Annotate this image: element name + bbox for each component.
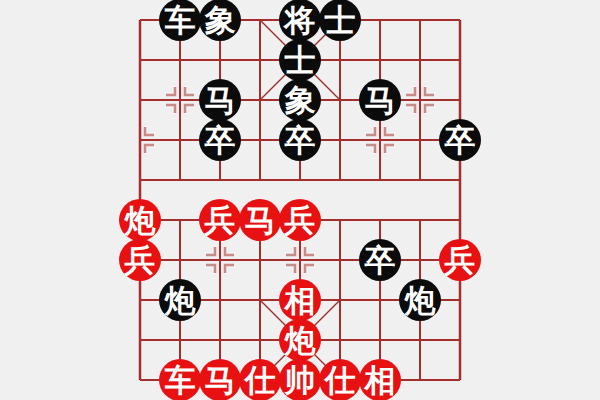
board-point-1-6[interactable] xyxy=(160,240,200,280)
board-point-4-6[interactable] xyxy=(280,240,320,280)
board-point-5-6[interactable] xyxy=(320,240,360,280)
board-point-0-3[interactable] xyxy=(120,120,160,160)
board-point-2-9[interactable]: 马 xyxy=(200,360,240,400)
board-point-7-8[interactable] xyxy=(400,320,440,360)
board-point-6-4[interactable] xyxy=(360,160,400,200)
board-point-5-0[interactable]: 士 xyxy=(320,0,360,40)
board-point-7-6[interactable] xyxy=(400,240,440,280)
piece-black-soldier[interactable]: 卒 xyxy=(359,239,401,281)
board-point-7-1[interactable] xyxy=(400,40,440,80)
board-point-3-2[interactable] xyxy=(240,80,280,120)
board-point-3-5[interactable]: 马 xyxy=(240,200,280,240)
board-point-6-3[interactable] xyxy=(360,120,400,160)
board-point-6-8[interactable] xyxy=(360,320,400,360)
piece-red-advisor[interactable]: 仕 xyxy=(319,359,361,400)
board-point-7-4[interactable] xyxy=(400,160,440,200)
piece-red-elephant[interactable]: 相 xyxy=(279,279,321,321)
board-point-5-2[interactable] xyxy=(320,80,360,120)
piece-red-advisor[interactable]: 仕 xyxy=(239,359,281,400)
board-point-1-5[interactable] xyxy=(160,200,200,240)
board-point-0-0[interactable] xyxy=(120,0,160,40)
board-point-0-9[interactable] xyxy=(120,360,160,400)
piece-black-elephant[interactable]: 象 xyxy=(279,79,321,121)
board-point-7-2[interactable] xyxy=(400,80,440,120)
board-point-1-8[interactable] xyxy=(160,320,200,360)
board-point-1-2[interactable] xyxy=(160,80,200,120)
board-point-6-2[interactable]: 马 xyxy=(360,80,400,120)
board-point-7-5[interactable] xyxy=(400,200,440,240)
board-point-5-8[interactable] xyxy=(320,320,360,360)
board-point-3-8[interactable] xyxy=(240,320,280,360)
piece-red-chariot[interactable]: 车 xyxy=(159,359,201,400)
board-point-3-9[interactable]: 仕 xyxy=(240,360,280,400)
board-point-1-7[interactable]: 炮 xyxy=(160,280,200,320)
board-point-0-2[interactable] xyxy=(120,80,160,120)
board-point-1-9[interactable]: 车 xyxy=(160,360,200,400)
board-point-8-0[interactable] xyxy=(440,0,480,40)
board-point-8-3[interactable]: 卒 xyxy=(440,120,480,160)
piece-red-soldier[interactable]: 兵 xyxy=(199,199,241,241)
board-point-7-9[interactable] xyxy=(400,360,440,400)
board-point-1-3[interactable] xyxy=(160,120,200,160)
board-point-1-1[interactable] xyxy=(160,40,200,80)
board-point-6-5[interactable] xyxy=(360,200,400,240)
piece-black-horse[interactable]: 马 xyxy=(359,79,401,121)
piece-red-soldier[interactable]: 兵 xyxy=(119,239,161,281)
board-point-0-8[interactable] xyxy=(120,320,160,360)
board-point-0-6[interactable]: 兵 xyxy=(120,240,160,280)
board-point-2-5[interactable]: 兵 xyxy=(200,200,240,240)
board-point-5-7[interactable] xyxy=(320,280,360,320)
board-point-1-0[interactable]: 车 xyxy=(160,0,200,40)
board-point-5-3[interactable] xyxy=(320,120,360,160)
board-point-6-7[interactable] xyxy=(360,280,400,320)
board-point-5-9[interactable]: 仕 xyxy=(320,360,360,400)
board-point-7-7[interactable]: 炮 xyxy=(400,280,440,320)
piece-red-cannon[interactable]: 炮 xyxy=(119,199,161,241)
board-point-3-3[interactable] xyxy=(240,120,280,160)
board-point-1-4[interactable] xyxy=(160,160,200,200)
board-point-4-5[interactable]: 兵 xyxy=(280,200,320,240)
board-point-3-1[interactable] xyxy=(240,40,280,80)
board-point-4-3[interactable]: 卒 xyxy=(280,120,320,160)
board-point-5-4[interactable] xyxy=(320,160,360,200)
board-point-6-9[interactable]: 相 xyxy=(360,360,400,400)
board-point-0-1[interactable] xyxy=(120,40,160,80)
board-point-2-8[interactable] xyxy=(200,320,240,360)
board-points-layer: 车象将士士马象马卒卒卒炮兵马兵兵卒兵炮相炮炮车马仕帅仕相 xyxy=(120,0,480,400)
board-point-8-5[interactable] xyxy=(440,200,480,240)
piece-black-soldier[interactable]: 卒 xyxy=(199,119,241,161)
board-point-2-4[interactable] xyxy=(200,160,240,200)
xiangqi-board: 车象将士士马象马卒卒卒炮兵马兵兵卒兵炮相炮炮车马仕帅仕相 xyxy=(0,0,600,400)
board-point-6-0[interactable] xyxy=(360,0,400,40)
piece-black-general[interactable]: 将 xyxy=(279,0,321,41)
board-point-5-1[interactable] xyxy=(320,40,360,80)
board-point-2-1[interactable] xyxy=(200,40,240,80)
board-point-8-7[interactable] xyxy=(440,280,480,320)
piece-black-elephant[interactable]: 象 xyxy=(199,0,241,41)
board-point-7-3[interactable] xyxy=(400,120,440,160)
board-point-4-8[interactable]: 炮 xyxy=(280,320,320,360)
piece-black-chariot[interactable]: 车 xyxy=(159,0,201,41)
piece-black-cannon[interactable]: 炮 xyxy=(159,279,201,321)
piece-black-soldier[interactable]: 卒 xyxy=(439,119,481,161)
board-point-2-6[interactable] xyxy=(200,240,240,280)
piece-red-soldier[interactable]: 兵 xyxy=(279,199,321,241)
piece-black-cannon[interactable]: 炮 xyxy=(399,279,441,321)
board-point-8-2[interactable] xyxy=(440,80,480,120)
board-point-2-3[interactable]: 卒 xyxy=(200,120,240,160)
board-point-8-8[interactable] xyxy=(440,320,480,360)
board-point-7-0[interactable] xyxy=(400,0,440,40)
piece-red-general[interactable]: 帅 xyxy=(279,359,321,400)
board-point-2-2[interactable]: 马 xyxy=(200,80,240,120)
board-point-8-4[interactable] xyxy=(440,160,480,200)
board-point-6-1[interactable] xyxy=(360,40,400,80)
board-point-0-5[interactable]: 炮 xyxy=(120,200,160,240)
board-point-2-0[interactable]: 象 xyxy=(200,0,240,40)
piece-red-soldier[interactable]: 兵 xyxy=(439,239,481,281)
board-point-3-7[interactable] xyxy=(240,280,280,320)
board-point-4-2[interactable]: 象 xyxy=(280,80,320,120)
piece-red-horse[interactable]: 马 xyxy=(199,359,241,400)
board-point-4-9[interactable]: 帅 xyxy=(280,360,320,400)
board-point-3-6[interactable] xyxy=(240,240,280,280)
board-point-8-1[interactable] xyxy=(440,40,480,80)
piece-black-horse[interactable]: 马 xyxy=(199,79,241,121)
piece-black-advisor[interactable]: 士 xyxy=(279,39,321,81)
piece-red-horse[interactable]: 马 xyxy=(239,199,281,241)
board-point-4-1[interactable]: 士 xyxy=(280,40,320,80)
board-point-5-5[interactable] xyxy=(320,200,360,240)
board-point-2-7[interactable] xyxy=(200,280,240,320)
board-point-8-9[interactable] xyxy=(440,360,480,400)
board-point-4-4[interactable] xyxy=(280,160,320,200)
piece-red-elephant[interactable]: 相 xyxy=(359,359,401,400)
board-point-4-7[interactable]: 相 xyxy=(280,280,320,320)
board-point-4-0[interactable]: 将 xyxy=(280,0,320,40)
board-point-0-4[interactable] xyxy=(120,160,160,200)
board-point-8-6[interactable]: 兵 xyxy=(440,240,480,280)
piece-red-cannon[interactable]: 炮 xyxy=(279,319,321,361)
board-point-3-0[interactable] xyxy=(240,0,280,40)
board-point-6-6[interactable]: 卒 xyxy=(360,240,400,280)
board-point-3-4[interactable] xyxy=(240,160,280,200)
piece-black-advisor[interactable]: 士 xyxy=(319,0,361,41)
board-point-0-7[interactable] xyxy=(120,280,160,320)
piece-black-soldier[interactable]: 卒 xyxy=(279,119,321,161)
